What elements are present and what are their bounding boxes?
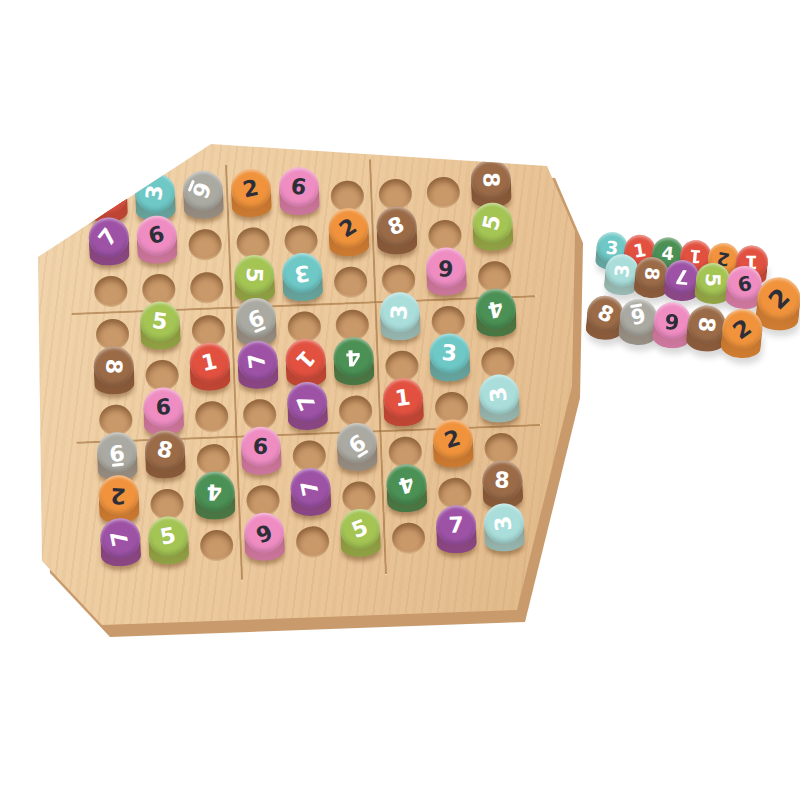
- peg-digit: 6: [253, 435, 269, 458]
- peg-digit: 8: [695, 316, 718, 333]
- cell-r9c5[interactable]: [288, 519, 338, 564]
- peg-digit: 4: [486, 296, 506, 321]
- cell-r8c5[interactable]: 7: [286, 476, 336, 521]
- peg-digit: 1: [200, 350, 220, 375]
- cell-r3c6[interactable]: [326, 259, 376, 304]
- cell-r1c3[interactable]: 9: [179, 179, 229, 224]
- peg-digit: 7: [246, 352, 270, 370]
- cell-r3c5[interactable]: 3: [278, 261, 328, 306]
- spare-pegs-tray: 31412138756289682: [581, 230, 800, 369]
- peg-digit: 5: [151, 310, 169, 334]
- peg-digit: 7: [674, 266, 690, 287]
- peg-digit: 9: [108, 440, 126, 464]
- peg-digit: 5: [243, 267, 266, 283]
- peg-digit: 5: [158, 524, 178, 549]
- peg-8-brown[interactable]: 8: [376, 206, 418, 259]
- peg-digit: 8: [155, 438, 175, 463]
- peg-digit: 6: [736, 272, 753, 294]
- cell-r4c9[interactable]: 4: [471, 297, 521, 342]
- peg-digit: 8: [642, 266, 662, 281]
- cell-r6c7[interactable]: 1: [379, 386, 429, 431]
- cell-r2c2[interactable]: 6: [132, 224, 182, 269]
- cell-r4c2[interactable]: 5: [136, 310, 186, 355]
- peg-5-lightgreen[interactable]: 5: [472, 202, 514, 255]
- cell-r9c2[interactable]: 5: [144, 524, 194, 569]
- cell-r5c1[interactable]: 8: [89, 354, 139, 399]
- peg-digit: 6: [146, 223, 167, 249]
- peg-digit: 2: [336, 215, 361, 242]
- peg-6-pink[interactable]: 6: [278, 166, 320, 219]
- peg-6-pink[interactable]: 6: [136, 215, 178, 268]
- peg-digit: 1: [292, 346, 319, 372]
- peg-2-orange[interactable]: 2: [230, 168, 272, 221]
- peg-digit: 4: [396, 471, 417, 497]
- peg-8-brown[interactable]: 8: [93, 346, 135, 399]
- peg-digit: 8: [385, 213, 407, 239]
- peg-digit: 6: [253, 520, 275, 546]
- cell-r8c3[interactable]: 4: [190, 480, 240, 525]
- cell-r2c7[interactable]: 8: [372, 215, 422, 260]
- peg-digit: 4: [345, 346, 361, 369]
- peg-digit: 2: [241, 177, 261, 202]
- peg-7-purple[interactable]: 7: [286, 381, 328, 434]
- board-grid: 1392687628553659348171436713986922474875…: [83, 168, 530, 571]
- peg-6-pink[interactable]: 6: [240, 426, 282, 479]
- peg-3-lightcyan[interactable]: 3: [478, 374, 520, 427]
- cell-r7c6[interactable]: 9: [332, 431, 382, 476]
- cell-r3c1[interactable]: [86, 269, 136, 314]
- cell-r2c9[interactable]: 5: [468, 211, 518, 256]
- peg-digit: 7: [108, 528, 133, 548]
- peg-5-lightgreen[interactable]: 5: [148, 516, 190, 569]
- peg-2-orange[interactable]: 2: [432, 419, 474, 472]
- peg-digit: 9: [190, 179, 216, 202]
- cell-r8c7[interactable]: 4: [382, 472, 432, 517]
- peg-4-green[interactable]: 4: [386, 463, 428, 516]
- peg-hole: [94, 275, 128, 307]
- peg-hole: [426, 176, 460, 208]
- peg-digit: 2: [111, 484, 127, 507]
- cell-r6c5[interactable]: 7: [283, 390, 333, 435]
- cell-r7c8[interactable]: 2: [428, 428, 478, 473]
- peg-digit: 6: [155, 396, 171, 419]
- peg-hole: [391, 522, 425, 554]
- peg-hole: [195, 400, 229, 432]
- cell-r7c2[interactable]: 8: [141, 439, 191, 484]
- peg-2-orange[interactable]: 2: [719, 307, 764, 366]
- peg-6-pink[interactable]: 6: [425, 247, 467, 300]
- peg-4-green[interactable]: 4: [194, 471, 236, 524]
- peg-4-green[interactable]: 4: [475, 288, 517, 341]
- cell-r6c9[interactable]: 3: [475, 383, 525, 428]
- peg-digit: 6: [438, 256, 454, 279]
- peg-7-purple[interactable]: 7: [100, 517, 142, 570]
- cell-r2c3[interactable]: [180, 222, 230, 267]
- cell-r9c9[interactable]: 3: [480, 512, 530, 557]
- peg-3-teal[interactable]: 3: [282, 252, 324, 305]
- peg-digit: 6: [664, 310, 681, 332]
- peg-digit: 9: [245, 305, 267, 331]
- cell-r9c8[interactable]: 7: [432, 513, 482, 558]
- cell-r9c3[interactable]: [192, 523, 242, 568]
- cell-r2c6[interactable]: 2: [324, 216, 374, 261]
- peg-digit: 5: [349, 516, 371, 542]
- peg-digit: 3: [612, 263, 632, 278]
- cell-r5c6[interactable]: 4: [329, 345, 379, 390]
- peg-digit: 8: [594, 301, 616, 326]
- cell-r7c4[interactable]: 6: [237, 435, 287, 480]
- peg-7-purple[interactable]: 7: [88, 217, 130, 270]
- peg-digit: 4: [206, 480, 222, 503]
- peg-1-red[interactable]: 1: [189, 342, 231, 395]
- peg-digit: 8: [480, 172, 503, 188]
- peg-9-gray[interactable]: 9: [182, 170, 224, 223]
- cell-r9c4[interactable]: 6: [240, 521, 290, 566]
- product-photo: 1392687628553659348171436713986922474875…: [0, 0, 800, 800]
- cell-r9c6[interactable]: 5: [336, 517, 386, 562]
- peg-digit: 7: [298, 478, 323, 498]
- peg-hole: [188, 228, 222, 260]
- peg-hole: [190, 271, 224, 303]
- cell-r1c8[interactable]: [418, 170, 468, 215]
- peg-3-lightcyan[interactable]: 3: [483, 503, 525, 556]
- peg-1-red[interactable]: 1: [382, 378, 424, 431]
- peg-digit: 1: [394, 386, 412, 410]
- peg-digit: 8: [102, 358, 125, 374]
- peg-hole: [296, 525, 330, 557]
- peg-digit: 6: [290, 175, 308, 199]
- peg-5-lightgreen[interactable]: 5: [339, 508, 381, 561]
- cell-r9c7[interactable]: [384, 515, 434, 560]
- peg-6-pink[interactable]: 6: [243, 512, 285, 565]
- peg-digit: 7: [294, 391, 320, 413]
- cell-r5c8[interactable]: 3: [425, 342, 475, 387]
- peg-digit: 1: [96, 181, 118, 207]
- peg-digit: 9: [630, 306, 648, 329]
- cell-r6c3[interactable]: [187, 394, 237, 439]
- peg-digit: 3: [389, 304, 412, 320]
- peg-7-purple[interactable]: 7: [237, 340, 279, 393]
- peg-digit: 2: [442, 427, 463, 453]
- peg-digit: 9: [345, 430, 370, 457]
- cell-r1c5[interactable]: 6: [275, 175, 325, 220]
- peg-digit: 2: [729, 315, 755, 343]
- cell-r3c8[interactable]: 6: [422, 256, 472, 301]
- peg-9-gray[interactable]: 9: [336, 422, 378, 475]
- peg-digit: 7: [448, 514, 464, 537]
- cell-r5c3[interactable]: 1: [185, 351, 235, 396]
- peg-8-brown[interactable]: 8: [144, 430, 186, 483]
- peg-hole: [334, 266, 368, 298]
- cell-r9c1[interactable]: 7: [96, 526, 146, 571]
- peg-digit: 3: [492, 515, 516, 533]
- peg-4-green[interactable]: 4: [333, 336, 375, 389]
- peg-5-lightgreen[interactable]: 5: [139, 301, 181, 354]
- peg-7-purple[interactable]: 7: [435, 505, 477, 558]
- cell-r5c4[interactable]: 7: [233, 349, 283, 394]
- sudoku-board: 1392687628553659348171436713986922474875…: [28, 136, 584, 628]
- cell-r1c4[interactable]: 2: [227, 177, 277, 222]
- peg-digit: 5: [703, 273, 723, 287]
- peg-digit: 3: [441, 342, 457, 365]
- peg-digit: 3: [143, 184, 167, 202]
- board-face: 1392687628553659348171436713986922474875…: [28, 136, 584, 628]
- peg-digit: 7: [95, 225, 122, 251]
- cell-r3c3[interactable]: [182, 265, 232, 310]
- peg-digit: 5: [480, 213, 505, 233]
- cell-r2c1[interactable]: 7: [84, 226, 134, 271]
- peg-digit: 3: [487, 386, 511, 404]
- cell-r4c7[interactable]: 3: [375, 300, 425, 345]
- peg-digit: 3: [293, 261, 311, 285]
- peg-digit: 2: [764, 284, 794, 314]
- peg-2-orange[interactable]: 2: [328, 208, 370, 261]
- peg-digit: 8: [494, 469, 510, 492]
- peg-3-lightcyan[interactable]: 3: [379, 292, 421, 345]
- peg-7-purple[interactable]: 7: [290, 467, 332, 520]
- peg-3-teal[interactable]: 3: [429, 333, 471, 386]
- peg-hole: [200, 529, 234, 561]
